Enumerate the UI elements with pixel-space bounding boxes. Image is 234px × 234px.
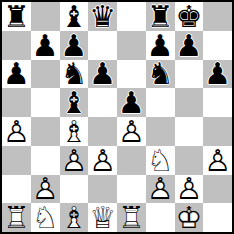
black-bishop-piece: ♝ (60, 2, 89, 31)
white-bishop-piece: ♝♗ (60, 203, 89, 232)
square-e7[interactable] (117, 31, 146, 60)
square-b1[interactable]: ♞♘ (31, 203, 60, 232)
black-king-piece: ♚ (175, 2, 204, 31)
square-a3[interactable] (2, 146, 31, 175)
square-c6[interactable]: ♞ (60, 60, 89, 89)
square-d4[interactable] (88, 117, 117, 146)
square-h6[interactable]: ♟ (203, 60, 232, 89)
square-h2[interactable] (203, 175, 232, 204)
white-knight-piece: ♞♘ (31, 203, 60, 232)
square-e2[interactable] (117, 175, 146, 204)
square-e3[interactable] (117, 146, 146, 175)
black-knight-piece: ♞ (60, 60, 89, 89)
square-e6[interactable] (117, 60, 146, 89)
square-d8[interactable]: ♛ (88, 2, 117, 31)
square-g4[interactable] (175, 117, 204, 146)
square-c1[interactable]: ♝♗ (60, 203, 89, 232)
square-f4[interactable] (146, 117, 175, 146)
white-pawn-piece: ♟♙ (203, 146, 232, 175)
chess-board: ♜♝♛♜♚♟♟♟♟♟♞♟♞♟♝♟♟♙♝♗♟♙♟♙♟♙♞♘♟♙♟♙♟♙♟♙♜♖♞♘… (0, 0, 234, 234)
square-a8[interactable]: ♜ (2, 2, 31, 31)
white-king-piece: ♚♔ (175, 203, 204, 232)
square-d5[interactable] (88, 88, 117, 117)
square-a2[interactable] (2, 175, 31, 204)
black-pawn-piece: ♟ (203, 60, 232, 89)
black-queen-piece: ♛ (88, 2, 117, 31)
square-f1[interactable] (146, 203, 175, 232)
white-rook-piece: ♜♖ (2, 203, 31, 232)
black-bishop-piece: ♝ (60, 88, 89, 117)
square-g3[interactable] (175, 146, 204, 175)
square-b7[interactable]: ♟ (31, 31, 60, 60)
square-c2[interactable] (60, 175, 89, 204)
square-e4[interactable]: ♟♙ (117, 117, 146, 146)
square-g1[interactable]: ♚♔ (175, 203, 204, 232)
white-rook-piece: ♜♖ (117, 203, 146, 232)
black-pawn-piece: ♟ (60, 31, 89, 60)
black-pawn-piece: ♟ (31, 31, 60, 60)
square-c5[interactable]: ♝ (60, 88, 89, 117)
white-pawn-piece: ♟♙ (146, 175, 175, 204)
black-pawn-piece: ♟ (146, 31, 175, 60)
square-h1[interactable] (203, 203, 232, 232)
white-pawn-piece: ♟♙ (175, 175, 204, 204)
square-d1[interactable]: ♛♕ (88, 203, 117, 232)
square-b5[interactable] (31, 88, 60, 117)
square-a7[interactable] (2, 31, 31, 60)
black-pawn-piece: ♟ (88, 60, 117, 89)
black-rook-piece: ♜ (146, 2, 175, 31)
square-h5[interactable] (203, 88, 232, 117)
white-queen-piece: ♛♕ (88, 203, 117, 232)
square-h4[interactable] (203, 117, 232, 146)
square-a6[interactable]: ♟ (2, 60, 31, 89)
square-e1[interactable]: ♜♖ (117, 203, 146, 232)
square-h7[interactable] (203, 31, 232, 60)
square-h3[interactable]: ♟♙ (203, 146, 232, 175)
square-g7[interactable]: ♟ (175, 31, 204, 60)
square-a4[interactable]: ♟♙ (2, 117, 31, 146)
white-pawn-piece: ♟♙ (117, 117, 146, 146)
square-f3[interactable]: ♞♘ (146, 146, 175, 175)
square-g6[interactable] (175, 60, 204, 89)
square-c7[interactable]: ♟ (60, 31, 89, 60)
square-b4[interactable] (31, 117, 60, 146)
square-a5[interactable] (2, 88, 31, 117)
square-b3[interactable] (31, 146, 60, 175)
square-f5[interactable] (146, 88, 175, 117)
white-pawn-piece: ♟♙ (2, 117, 31, 146)
white-bishop-piece: ♝♗ (60, 117, 89, 146)
square-f6[interactable]: ♞ (146, 60, 175, 89)
square-d3[interactable]: ♟♙ (88, 146, 117, 175)
square-g8[interactable]: ♚ (175, 2, 204, 31)
black-rook-piece: ♜ (2, 2, 31, 31)
square-f7[interactable]: ♟ (146, 31, 175, 60)
white-knight-piece: ♞♘ (146, 146, 175, 175)
square-h8[interactable] (203, 2, 232, 31)
square-g5[interactable] (175, 88, 204, 117)
square-e5[interactable]: ♟ (117, 88, 146, 117)
square-d7[interactable] (88, 31, 117, 60)
square-b6[interactable] (31, 60, 60, 89)
white-pawn-piece: ♟♙ (60, 146, 89, 175)
square-e8[interactable] (117, 2, 146, 31)
black-knight-piece: ♞ (146, 60, 175, 89)
square-a1[interactable]: ♜♖ (2, 203, 31, 232)
white-pawn-piece: ♟♙ (88, 146, 117, 175)
white-pawn-piece: ♟♙ (31, 175, 60, 204)
black-pawn-piece: ♟ (175, 31, 204, 60)
square-d2[interactable] (88, 175, 117, 204)
square-f8[interactable]: ♜ (146, 2, 175, 31)
square-f2[interactable]: ♟♙ (146, 175, 175, 204)
square-b2[interactable]: ♟♙ (31, 175, 60, 204)
square-g2[interactable]: ♟♙ (175, 175, 204, 204)
square-c3[interactable]: ♟♙ (60, 146, 89, 175)
square-d6[interactable]: ♟ (88, 60, 117, 89)
square-c4[interactable]: ♝♗ (60, 117, 89, 146)
black-pawn-piece: ♟ (117, 88, 146, 117)
black-pawn-piece: ♟ (2, 60, 31, 89)
square-c8[interactable]: ♝ (60, 2, 89, 31)
square-b8[interactable] (31, 2, 60, 31)
